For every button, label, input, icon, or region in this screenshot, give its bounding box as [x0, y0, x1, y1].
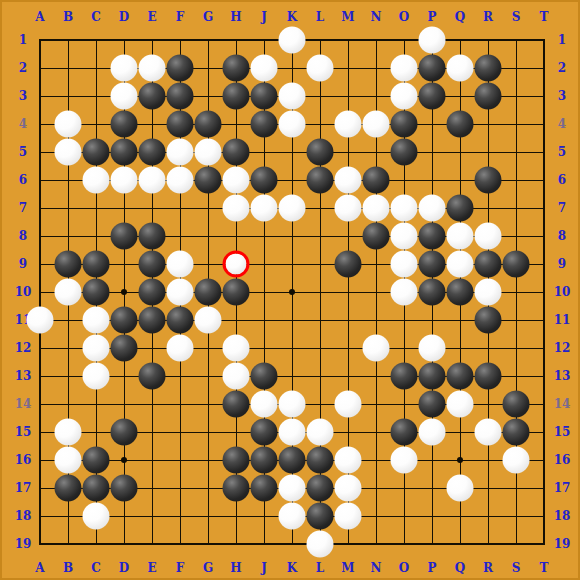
row-label-right-4: 4: [558, 117, 566, 131]
stone-white-P1: [419, 27, 446, 54]
stone-white-F5: [167, 139, 194, 166]
stone-black-D8: [111, 223, 138, 250]
stone-black-P2: [419, 55, 446, 82]
grid-line-horizontal: [39, 543, 545, 545]
stone-black-L17: [307, 475, 334, 502]
stone-black-S9: [503, 251, 530, 278]
stone-white-Q17: [447, 475, 474, 502]
stone-white-O8: [391, 223, 418, 250]
column-label-top-E: E: [147, 10, 156, 24]
row-label-left-2: 2: [19, 61, 27, 75]
stone-black-H10: [223, 279, 250, 306]
stone-white-P7: [419, 195, 446, 222]
row-label-right-6: 6: [558, 173, 566, 187]
column-label-bottom-H: H: [230, 561, 241, 575]
stone-black-L6: [307, 167, 334, 194]
stone-black-L16: [307, 447, 334, 474]
row-label-right-18: 18: [554, 509, 571, 523]
column-label-bottom-N: N: [371, 561, 382, 575]
stone-black-J16: [251, 447, 278, 474]
stone-white-O2: [391, 55, 418, 82]
stone-black-E13: [139, 363, 166, 390]
stone-white-J2: [251, 55, 278, 82]
row-label-left-13: 13: [15, 369, 32, 383]
stone-black-P13: [419, 363, 446, 390]
stone-black-P8: [419, 223, 446, 250]
row-label-left-3: 3: [19, 89, 27, 103]
star-point-D10: [121, 289, 127, 295]
stone-black-F11: [167, 307, 194, 334]
stone-black-N8: [363, 223, 390, 250]
stone-black-C16: [83, 447, 110, 474]
stone-white-O9: [391, 251, 418, 278]
row-label-left-6: 6: [19, 173, 27, 187]
stone-white-K18: [279, 503, 306, 530]
stone-black-H3: [223, 83, 250, 110]
stone-white-F10: [167, 279, 194, 306]
stone-black-J15: [251, 419, 278, 446]
stone-white-P12: [419, 335, 446, 362]
stone-black-P3: [419, 83, 446, 110]
column-label-bottom-T: T: [540, 561, 549, 575]
stone-black-M9: [335, 251, 362, 278]
column-label-top-Q: Q: [455, 10, 465, 24]
row-label-left-14: 14: [15, 397, 32, 411]
column-label-top-P: P: [427, 10, 436, 24]
stone-black-G10: [195, 279, 222, 306]
stone-white-L2: [307, 55, 334, 82]
row-label-left-19: 19: [15, 537, 32, 551]
stone-white-C18: [83, 503, 110, 530]
row-label-right-7: 7: [558, 201, 566, 215]
stone-black-N6: [363, 167, 390, 194]
stone-white-N4: [363, 111, 390, 138]
stone-black-C9: [83, 251, 110, 278]
stone-black-R13: [475, 363, 502, 390]
stone-black-O4: [391, 111, 418, 138]
column-label-top-J: J: [261, 10, 267, 24]
stone-black-F4: [167, 111, 194, 138]
star-point-Q16: [457, 457, 463, 463]
stone-black-H16: [223, 447, 250, 474]
stone-black-P10: [419, 279, 446, 306]
column-label-bottom-K: K: [287, 561, 297, 575]
stone-white-H9-last-move-marker: [223, 251, 250, 278]
stone-black-D15: [111, 419, 138, 446]
row-label-right-2: 2: [558, 61, 566, 75]
column-label-bottom-C: C: [91, 561, 101, 575]
stone-white-K7: [279, 195, 306, 222]
row-label-right-17: 17: [554, 481, 571, 495]
stone-white-H13: [223, 363, 250, 390]
stone-black-J4: [251, 111, 278, 138]
row-label-right-19: 19: [554, 537, 571, 551]
stone-white-C11: [83, 307, 110, 334]
column-label-bottom-L: L: [316, 561, 324, 575]
column-label-bottom-Q: Q: [455, 561, 465, 575]
stone-white-M17: [335, 475, 362, 502]
stone-black-Q4: [447, 111, 474, 138]
stone-white-O7: [391, 195, 418, 222]
stone-white-O10: [391, 279, 418, 306]
stone-black-R11: [475, 307, 502, 334]
stone-black-O15: [391, 419, 418, 446]
stone-black-R6: [475, 167, 502, 194]
stone-black-J13: [251, 363, 278, 390]
stone-black-J17: [251, 475, 278, 502]
stone-black-D17: [111, 475, 138, 502]
column-label-bottom-R: R: [483, 561, 493, 575]
row-label-right-11: 11: [554, 313, 571, 327]
row-label-left-18: 18: [15, 509, 32, 523]
stone-black-K16: [279, 447, 306, 474]
stone-white-R15: [475, 419, 502, 446]
stone-white-K14: [279, 391, 306, 418]
stone-white-H7: [223, 195, 250, 222]
stone-black-L5: [307, 139, 334, 166]
stone-black-D5: [111, 139, 138, 166]
stone-black-H5: [223, 139, 250, 166]
stone-black-E3: [139, 83, 166, 110]
stone-black-R9: [475, 251, 502, 278]
stone-white-J7: [251, 195, 278, 222]
stone-white-G11: [195, 307, 222, 334]
stone-black-H17: [223, 475, 250, 502]
column-label-bottom-M: M: [341, 561, 354, 575]
column-label-bottom-D: D: [119, 561, 129, 575]
row-label-right-9: 9: [558, 257, 566, 271]
stone-white-M16: [335, 447, 362, 474]
column-label-bottom-G: G: [203, 561, 213, 575]
stone-white-R8: [475, 223, 502, 250]
stone-black-Q13: [447, 363, 474, 390]
stone-white-K1: [279, 27, 306, 54]
stone-black-O5: [391, 139, 418, 166]
stone-black-L18: [307, 503, 334, 530]
stone-white-K15: [279, 419, 306, 446]
stone-white-H6: [223, 167, 250, 194]
stone-white-N7: [363, 195, 390, 222]
stone-black-E10: [139, 279, 166, 306]
stone-black-S14: [503, 391, 530, 418]
stone-white-S16: [503, 447, 530, 474]
row-label-left-8: 8: [19, 229, 27, 243]
stone-white-B4: [55, 111, 82, 138]
row-label-right-15: 15: [554, 425, 571, 439]
stone-white-Q14: [447, 391, 474, 418]
row-label-left-10: 10: [15, 285, 32, 299]
stone-white-C12: [83, 335, 110, 362]
column-label-bottom-S: S: [512, 561, 521, 575]
column-label-bottom-O: O: [399, 561, 409, 575]
stone-white-D2: [111, 55, 138, 82]
stone-black-Q7: [447, 195, 474, 222]
stone-black-P9: [419, 251, 446, 278]
row-label-right-3: 3: [558, 89, 566, 103]
stone-black-G6: [195, 167, 222, 194]
column-label-top-C: C: [91, 10, 101, 24]
stone-black-R2: [475, 55, 502, 82]
star-point-K10: [289, 289, 295, 295]
column-label-top-O: O: [399, 10, 409, 24]
stone-white-F9: [167, 251, 194, 278]
stone-black-F2: [167, 55, 194, 82]
column-label-bottom-J: J: [261, 561, 267, 575]
stone-black-O13: [391, 363, 418, 390]
stone-white-B10: [55, 279, 82, 306]
stone-black-B9: [55, 251, 82, 278]
column-label-top-R: R: [483, 10, 493, 24]
stone-white-Q9: [447, 251, 474, 278]
column-label-bottom-E: E: [147, 561, 156, 575]
stone-white-M14: [335, 391, 362, 418]
stone-white-A11: [27, 307, 54, 334]
row-label-left-15: 15: [15, 425, 32, 439]
stone-white-M7: [335, 195, 362, 222]
stone-black-S15: [503, 419, 530, 446]
stone-black-H14: [223, 391, 250, 418]
stone-black-E5: [139, 139, 166, 166]
stone-black-J6: [251, 167, 278, 194]
stone-white-O3: [391, 83, 418, 110]
stone-black-R3: [475, 83, 502, 110]
column-label-top-A: A: [35, 10, 44, 24]
stone-white-G5: [195, 139, 222, 166]
row-label-left-4: 4: [19, 117, 27, 131]
stone-white-C6: [83, 167, 110, 194]
column-label-top-S: S: [512, 10, 521, 24]
row-label-left-7: 7: [19, 201, 27, 215]
row-label-left-16: 16: [15, 453, 32, 467]
stone-black-B17: [55, 475, 82, 502]
column-label-bottom-B: B: [63, 561, 73, 575]
stone-white-B5: [55, 139, 82, 166]
stone-black-C10: [83, 279, 110, 306]
row-label-right-13: 13: [554, 369, 571, 383]
stone-black-F3: [167, 83, 194, 110]
stone-white-E2: [139, 55, 166, 82]
stone-white-F6: [167, 167, 194, 194]
column-label-top-D: D: [119, 10, 129, 24]
stone-black-E9: [139, 251, 166, 278]
column-label-top-M: M: [341, 10, 354, 24]
stone-black-G4: [195, 111, 222, 138]
stone-white-Q8: [447, 223, 474, 250]
go-board[interactable]: AABBCCDDEEFFGGHHJJKKLLMMNNOOPPQQRRSSTT11…: [0, 0, 580, 580]
stone-white-D3: [111, 83, 138, 110]
stone-white-Q2: [447, 55, 474, 82]
stone-black-H2: [223, 55, 250, 82]
row-label-right-1: 1: [558, 33, 566, 47]
row-label-right-8: 8: [558, 229, 566, 243]
stone-white-P15: [419, 419, 446, 446]
column-label-bottom-F: F: [176, 561, 185, 575]
row-label-right-5: 5: [558, 145, 566, 159]
row-label-left-9: 9: [19, 257, 27, 271]
stone-white-B15: [55, 419, 82, 446]
stone-black-P14: [419, 391, 446, 418]
stone-black-E8: [139, 223, 166, 250]
stone-white-K3: [279, 83, 306, 110]
row-label-right-10: 10: [554, 285, 571, 299]
column-label-top-G: G: [203, 10, 213, 24]
column-label-top-N: N: [371, 10, 382, 24]
stone-white-L15: [307, 419, 334, 446]
stone-black-J3: [251, 83, 278, 110]
row-label-left-1: 1: [19, 33, 27, 47]
stone-white-F12: [167, 335, 194, 362]
stone-black-C5: [83, 139, 110, 166]
row-label-left-5: 5: [19, 145, 27, 159]
column-label-bottom-A: A: [35, 561, 44, 575]
column-label-bottom-P: P: [427, 561, 436, 575]
stone-black-D4: [111, 111, 138, 138]
star-point-D16: [121, 457, 127, 463]
stone-white-L19: [307, 531, 334, 558]
stone-white-M18: [335, 503, 362, 530]
stone-white-M6: [335, 167, 362, 194]
stone-black-E11: [139, 307, 166, 334]
stone-black-D11: [111, 307, 138, 334]
stone-white-K17: [279, 475, 306, 502]
stone-white-D6: [111, 167, 138, 194]
row-label-right-12: 12: [554, 341, 571, 355]
stone-white-J14: [251, 391, 278, 418]
stone-white-C13: [83, 363, 110, 390]
grid-line-vertical: [543, 39, 545, 545]
stone-white-M4: [335, 111, 362, 138]
stone-white-B16: [55, 447, 82, 474]
stone-black-C17: [83, 475, 110, 502]
stone-white-R10: [475, 279, 502, 306]
row-label-right-14: 14: [554, 397, 571, 411]
row-label-right-16: 16: [554, 453, 571, 467]
column-label-top-H: H: [230, 10, 241, 24]
stone-white-K4: [279, 111, 306, 138]
column-label-top-F: F: [176, 10, 185, 24]
stone-black-Q10: [447, 279, 474, 306]
stone-white-E6: [139, 167, 166, 194]
column-label-top-L: L: [316, 10, 324, 24]
stone-white-O16: [391, 447, 418, 474]
column-label-top-B: B: [63, 10, 73, 24]
row-label-left-12: 12: [15, 341, 32, 355]
column-label-top-K: K: [287, 10, 297, 24]
column-label-top-T: T: [540, 10, 549, 24]
stone-white-N12: [363, 335, 390, 362]
row-label-left-17: 17: [15, 481, 32, 495]
stone-white-H12: [223, 335, 250, 362]
stone-black-D12: [111, 335, 138, 362]
